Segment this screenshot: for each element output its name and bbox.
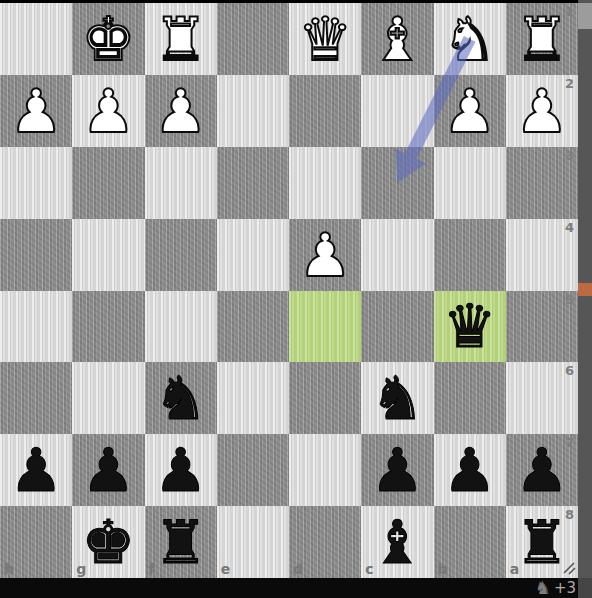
black-pawn[interactable]: ♟ bbox=[0, 434, 72, 506]
white-king[interactable]: ♚ bbox=[72, 3, 144, 75]
rank-label-2: 2 bbox=[565, 76, 574, 91]
square-d7[interactable] bbox=[289, 434, 361, 506]
square-c2[interactable] bbox=[361, 75, 433, 147]
white-bishop[interactable]: ♝ bbox=[361, 3, 433, 75]
rank-label-6: 6 bbox=[565, 363, 574, 378]
square-b1[interactable]: ♞ bbox=[434, 3, 506, 75]
square-g1[interactable]: ♚ bbox=[72, 3, 144, 75]
square-f4[interactable] bbox=[145, 219, 217, 291]
board-app: ♚♜♛♝♞1♜♟♟♟♟2♟3♟4♛5♞♞6♟♟♟♟♟7♟hg♚f♜edc♝b8a… bbox=[0, 0, 592, 598]
square-g5[interactable] bbox=[72, 291, 144, 363]
file-label-a: a bbox=[510, 561, 519, 577]
square-b7[interactable]: ♟ bbox=[434, 434, 506, 506]
square-h2[interactable]: ♟ bbox=[0, 75, 72, 147]
rank-label-8: 8 bbox=[565, 507, 574, 522]
square-h5[interactable] bbox=[0, 291, 72, 363]
square-c5[interactable] bbox=[361, 291, 433, 363]
square-d8[interactable]: d bbox=[289, 506, 361, 578]
square-a2[interactable]: 2♟ bbox=[506, 75, 578, 147]
square-c7[interactable]: ♟ bbox=[361, 434, 433, 506]
scroll-thumb[interactable] bbox=[578, 3, 592, 29]
white-queen[interactable]: ♛ bbox=[289, 3, 361, 75]
rank-label-3: 3 bbox=[565, 148, 574, 163]
scroll-strip[interactable] bbox=[578, 0, 592, 598]
file-label-f: f bbox=[149, 561, 155, 577]
square-a5[interactable]: 5 bbox=[506, 291, 578, 363]
square-d6[interactable] bbox=[289, 362, 361, 434]
square-b8[interactable]: b bbox=[434, 506, 506, 578]
square-d5[interactable] bbox=[289, 291, 361, 363]
rank-label-5: 5 bbox=[565, 292, 574, 307]
black-rook[interactable]: ♜ bbox=[145, 506, 217, 578]
square-g2[interactable]: ♟ bbox=[72, 75, 144, 147]
square-e1[interactable] bbox=[217, 3, 289, 75]
black-knight[interactable]: ♞ bbox=[361, 362, 433, 434]
white-pawn[interactable]: ♟ bbox=[0, 75, 72, 147]
white-pawn[interactable]: ♟ bbox=[289, 219, 361, 291]
square-f2[interactable]: ♟ bbox=[145, 75, 217, 147]
square-d2[interactable] bbox=[289, 75, 361, 147]
white-pawn[interactable]: ♟ bbox=[145, 75, 217, 147]
square-h7[interactable]: ♟ bbox=[0, 434, 72, 506]
black-pawn[interactable]: ♟ bbox=[434, 434, 506, 506]
scroll-strip-bottom bbox=[578, 578, 592, 598]
square-h1[interactable] bbox=[0, 3, 72, 75]
file-label-h: h bbox=[4, 561, 14, 577]
square-a6[interactable]: 6 bbox=[506, 362, 578, 434]
square-f6[interactable]: ♞ bbox=[145, 362, 217, 434]
square-g6[interactable] bbox=[72, 362, 144, 434]
square-d3[interactable] bbox=[289, 147, 361, 219]
black-pawn[interactable]: ♟ bbox=[361, 434, 433, 506]
square-d1[interactable]: ♛ bbox=[289, 3, 361, 75]
material-advantage: +3 bbox=[554, 581, 576, 596]
black-knight[interactable]: ♞ bbox=[145, 362, 217, 434]
file-label-e: e bbox=[221, 561, 231, 577]
square-h4[interactable] bbox=[0, 219, 72, 291]
rank-label-1: 1 bbox=[565, 4, 574, 19]
square-f1[interactable]: ♜ bbox=[145, 3, 217, 75]
white-pawn[interactable]: ♟ bbox=[72, 75, 144, 147]
file-label-d: d bbox=[293, 561, 303, 577]
square-a7[interactable]: 7♟ bbox=[506, 434, 578, 506]
square-c8[interactable]: c♝ bbox=[361, 506, 433, 578]
black-pawn[interactable]: ♟ bbox=[72, 434, 144, 506]
square-e7[interactable] bbox=[217, 434, 289, 506]
square-c4[interactable] bbox=[361, 219, 433, 291]
square-e5[interactable] bbox=[217, 291, 289, 363]
captured-knight-icon: ♞ bbox=[535, 579, 551, 597]
black-pawn[interactable]: ♟ bbox=[145, 434, 217, 506]
square-e2[interactable] bbox=[217, 75, 289, 147]
square-f7[interactable]: ♟ bbox=[145, 434, 217, 506]
square-b5[interactable]: ♛ bbox=[434, 291, 506, 363]
square-g7[interactable]: ♟ bbox=[72, 434, 144, 506]
file-label-b: b bbox=[438, 561, 448, 577]
file-label-g: g bbox=[76, 561, 86, 577]
square-g3[interactable] bbox=[72, 147, 144, 219]
rank-label-4: 4 bbox=[565, 220, 574, 235]
square-h3[interactable] bbox=[0, 147, 72, 219]
white-knight[interactable]: ♞ bbox=[434, 3, 506, 75]
white-rook[interactable]: ♜ bbox=[145, 3, 217, 75]
chess-board: ♚♜♛♝♞1♜♟♟♟♟2♟3♟4♛5♞♞6♟♟♟♟♟7♟hg♚f♜edc♝b8a… bbox=[0, 3, 578, 578]
square-e4[interactable] bbox=[217, 219, 289, 291]
square-a1[interactable]: 1♜ bbox=[506, 3, 578, 75]
square-b2[interactable]: ♟ bbox=[434, 75, 506, 147]
square-b6[interactable] bbox=[434, 362, 506, 434]
square-h6[interactable] bbox=[0, 362, 72, 434]
black-queen[interactable]: ♛ bbox=[434, 291, 506, 363]
board-resize-handle[interactable] bbox=[561, 560, 577, 576]
square-d4[interactable]: ♟ bbox=[289, 219, 361, 291]
square-f3[interactable] bbox=[145, 147, 217, 219]
rank-label-7: 7 bbox=[565, 435, 574, 450]
square-f8[interactable]: f♜ bbox=[145, 506, 217, 578]
file-label-c: c bbox=[365, 561, 373, 577]
square-c1[interactable]: ♝ bbox=[361, 3, 433, 75]
square-g8[interactable]: g♚ bbox=[72, 506, 144, 578]
square-b4[interactable] bbox=[434, 219, 506, 291]
square-c3[interactable] bbox=[361, 147, 433, 219]
square-g4[interactable] bbox=[72, 219, 144, 291]
square-a3[interactable]: 3 bbox=[506, 147, 578, 219]
square-a4[interactable]: 4 bbox=[506, 219, 578, 291]
square-e3[interactable] bbox=[217, 147, 289, 219]
square-e6[interactable] bbox=[217, 362, 289, 434]
scroll-move-marker bbox=[578, 283, 592, 296]
square-b3[interactable] bbox=[434, 147, 506, 219]
player-material-bar: ♞ +3 bbox=[0, 578, 578, 598]
square-c6[interactable]: ♞ bbox=[361, 362, 433, 434]
square-h8[interactable]: h bbox=[0, 506, 72, 578]
white-pawn[interactable]: ♟ bbox=[434, 75, 506, 147]
square-f5[interactable] bbox=[145, 291, 217, 363]
square-e8[interactable]: e bbox=[217, 506, 289, 578]
